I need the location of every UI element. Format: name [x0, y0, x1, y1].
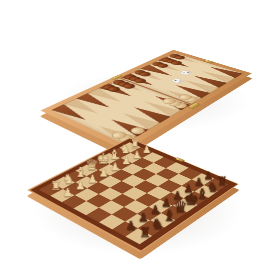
die-pips: [175, 80, 177, 81]
backgammon-point: [105, 116, 149, 137]
die-pips: [183, 72, 185, 73]
backgammon-board: [40, 50, 252, 151]
die: [180, 70, 191, 75]
chess-board: ♜♞♝♛♚♝♞♜♟♟♟♟♟♟♟♟♟♟♟♟♟♟♟♟♜♞♝♛♚♝♞♜: [27, 138, 239, 252]
backgammon-point: [64, 99, 104, 117]
product-photo-stage: ♜♞♝♛♚♝♞♜♟♟♟♟♟♟♟♟♟♟♟♟♟♟♟♟♜♞♝♛♚♝♞♜: [0, 0, 280, 280]
backgammon-point: [139, 99, 181, 117]
backgammon-checker-light: [167, 100, 183, 107]
chess-piece-white-p: ♟: [59, 187, 76, 198]
backgammon-point: [117, 110, 160, 130]
chess-piece-dark-r: ♜: [136, 226, 155, 240]
backgammon-checker-light: [161, 98, 177, 105]
